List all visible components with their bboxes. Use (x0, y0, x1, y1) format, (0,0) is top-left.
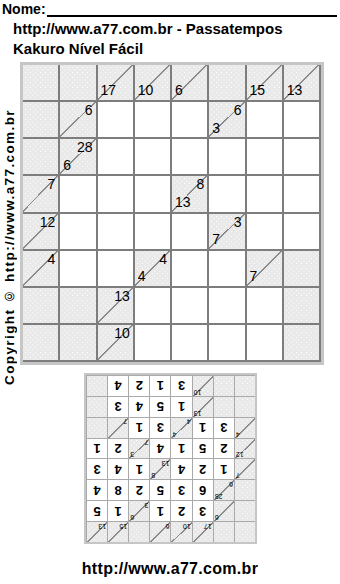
across-clue: 12 (236, 451, 244, 459)
solution-cell-r2c3-empty: 3 (193, 501, 213, 521)
name-fill-line[interactable] (47, 2, 337, 17)
solution-cell-r2c5-empty: 1 (150, 501, 170, 521)
across-clue: 4 (47, 252, 55, 267)
solution-cell-r7c4-empty: 1 (172, 397, 192, 417)
down-clue: 13 (98, 522, 106, 530)
down-clue: 10 (138, 83, 154, 98)
solution-cell-r4c8-empty: 3 (87, 460, 107, 480)
solution-cell-r1c2-block (214, 522, 234, 542)
puzzle-cell-r6c4-clue: 44 (135, 251, 170, 286)
solution-cell-r1c1-block (235, 522, 255, 542)
puzzle-cell-r4c8-empty[interactable] (284, 176, 319, 211)
down-clue: 17 (204, 522, 212, 530)
down-clue: 6 (63, 158, 71, 173)
puzzle-cell-r5c6-clue: 37 (209, 214, 244, 249)
across-clue: 4 (173, 430, 177, 438)
solution-cell-r3c3-empty: 6 (193, 480, 213, 500)
solution-digit: 5 (157, 483, 164, 498)
solution-digit: 1 (178, 399, 185, 414)
down-clue: 7 (123, 418, 127, 426)
across-clue: 6 (85, 103, 93, 118)
across-clue: 28 (77, 140, 93, 155)
across-clue: 13 (194, 409, 202, 417)
solution-cell-r1c5-clue: 6 (150, 522, 170, 542)
puzzle-cell-r2c2-clue: 6 (60, 102, 95, 137)
solution-cell-r2c1-block (235, 501, 255, 521)
puzzle-cell-r4c5-clue: 813 (172, 176, 207, 211)
down-clue: 10 (183, 522, 191, 530)
solution-cell-r6c6-empty: 1 (129, 418, 149, 438)
solution-cell-r7c7-empty: 3 (108, 397, 128, 417)
puzzle-cell-r8c5-empty[interactable] (172, 325, 207, 360)
solution-cell-r5c3-empty: 5 (193, 439, 213, 459)
across-clue: 7 (47, 177, 55, 192)
kakuro-puzzle-grid: 1710615136632867813123744471310 (20, 62, 324, 365)
solution-digit: 4 (157, 441, 164, 456)
solution-digit: 1 (136, 462, 143, 477)
solution-cell-r2c4-empty: 2 (172, 501, 192, 521)
solution-digit: 3 (178, 483, 185, 498)
puzzle-cell-r4c4-empty[interactable] (135, 176, 170, 211)
solution-cell-r3c1-block (235, 480, 255, 500)
puzzle-cell-r7c6-empty[interactable] (209, 288, 244, 323)
solution-digit: 5 (199, 441, 206, 456)
puzzle-cell-r4c1-clue: 7 (23, 176, 58, 211)
puzzle-cell-r1c2-block (60, 65, 95, 100)
solution-cell-r4c3-empty: 2 (193, 460, 213, 480)
puzzle-cell-r5c1-clue: 12 (23, 214, 58, 249)
kakuro-solution-grid-rotated: 1710615136321631528663528471248131431225… (84, 373, 257, 544)
solution-cell-r8c6-empty: 2 (129, 376, 149, 396)
solution-cell-r7c3-clue: 13 (193, 397, 213, 417)
down-clue: 7 (212, 232, 220, 247)
solution-digit: 5 (157, 399, 164, 414)
down-clue: 7 (144, 439, 148, 447)
across-clue: 8 (151, 472, 155, 480)
across-clue: 3 (130, 451, 134, 459)
solution-digit: 4 (93, 483, 100, 498)
solution-cell-r2c8-empty: 5 (87, 501, 107, 521)
solution-cell-r3c6-empty: 2 (129, 480, 149, 500)
down-clue: 13 (175, 195, 191, 210)
solution-digit: 2 (115, 441, 122, 456)
solution-cell-r1c6-block (129, 522, 149, 542)
solution-cell-r5c4-empty: 1 (172, 439, 192, 459)
solution-cell-r4c5-clue: 813 (150, 460, 170, 480)
solution-cell-r5c7-empty: 2 (108, 439, 128, 459)
solution-digit: 4 (178, 462, 185, 477)
solution-cell-r6c1-clue: 4 (235, 418, 255, 438)
down-clue: 4 (187, 418, 191, 426)
puzzle-cell-r2c4-empty[interactable] (135, 102, 170, 137)
solution-cell-r2c2-clue: 6 (214, 501, 234, 521)
kakuro-page: Nome: http://www.a77.com.br - Passatempo… (0, 0, 340, 584)
solution-cell-r8c3-clue: 10 (193, 376, 213, 396)
solution-cell-r4c7-empty: 4 (108, 460, 128, 480)
solution-cell-r7c1-block (235, 397, 255, 417)
solution-cell-r6c8-block (87, 418, 107, 438)
solution-cell-r5c2-empty: 2 (214, 439, 234, 459)
solution-digit: 1 (115, 504, 122, 519)
puzzle-cell-r2c6-clue: 63 (209, 102, 244, 137)
puzzle-cell-r8c1-block (23, 325, 58, 360)
puzzle-cell-r6c8-block (284, 251, 319, 286)
solution-digit: 3 (199, 504, 206, 519)
solution-digit: 3 (178, 378, 185, 393)
across-clue: 13 (114, 289, 130, 304)
solution-digit: 1 (199, 420, 206, 435)
down-clue: 6 (166, 522, 170, 530)
puzzle-cell-r1c8-clue: 13 (284, 65, 319, 100)
solution-cell-r4c1-clue: 7 (235, 460, 255, 480)
puzzle-cell-r3c5-empty[interactable] (172, 139, 207, 174)
solution-digit: 1 (178, 441, 185, 456)
down-clue: 4 (138, 269, 146, 284)
solution-digit: 4 (115, 462, 122, 477)
solution-cell-r5c5-empty: 4 (150, 439, 170, 459)
solution-cell-r5c8-empty: 1 (87, 439, 107, 459)
across-clue: 4 (159, 252, 167, 267)
puzzle-cell-r7c4-empty[interactable] (135, 288, 170, 323)
solution-cell-r8c5-empty: 1 (150, 376, 170, 396)
puzzle-cell-r4c2-empty[interactable] (60, 176, 95, 211)
across-clue: 6 (130, 513, 134, 521)
across-clue: 4 (236, 430, 240, 438)
solution-digit: 3 (157, 420, 164, 435)
puzzle-cell-r5c5-empty[interactable] (172, 214, 207, 249)
solution-cell-r1c3-clue: 17 (193, 522, 213, 542)
puzzle-cell-r8c8-block (284, 325, 319, 360)
puzzle-cell-r1c1-block (23, 65, 58, 100)
solution-digit: 8 (115, 483, 122, 498)
solution-cell-r4c6-empty: 1 (129, 460, 149, 480)
across-clue: 28 (215, 493, 223, 501)
solution-cell-r7c2-block (214, 397, 234, 417)
down-clue: 3 (144, 501, 148, 509)
solution-cell-r6c3-empty: 1 (193, 418, 213, 438)
solution-cell-r3c2-clue: 286 (214, 480, 234, 500)
puzzle-cell-r7c3-clue: 13 (98, 288, 133, 323)
puzzle-cell-r3c7-empty[interactable] (247, 139, 282, 174)
solution-cell-r3c8-empty: 4 (87, 480, 107, 500)
solution-digit: 1 (136, 420, 143, 435)
down-clue: 6 (175, 83, 183, 98)
solution-cell-r2c6-clue: 63 (129, 501, 149, 521)
solution-digit: 6 (199, 483, 206, 498)
puzzle-cell-r2c3-empty[interactable] (98, 102, 133, 137)
puzzle-cell-r3c3-empty[interactable] (98, 139, 133, 174)
puzzle-cell-r6c2-empty[interactable] (60, 251, 95, 286)
down-clue: 13 (287, 83, 303, 98)
puzzle-cell-r4c6-empty[interactable] (209, 176, 244, 211)
solution-digit: 2 (136, 378, 143, 393)
puzzle-cell-r1c3-clue: 17 (98, 65, 133, 100)
across-clue: 10 (114, 326, 130, 341)
solution-cell-r6c2-empty: 3 (214, 418, 234, 438)
down-clue: 15 (250, 83, 266, 98)
puzzle-cell-r6c1-clue: 4 (23, 251, 58, 286)
solution-digit: 1 (220, 462, 227, 477)
solution-cell-r5c6-clue: 37 (129, 439, 149, 459)
solution-cell-r6c5-empty: 3 (150, 418, 170, 438)
solution-digit: 3 (115, 399, 122, 414)
solution-digit: 2 (136, 483, 143, 498)
puzzle-cell-r7c2-block (60, 288, 95, 323)
puzzle-cell-r7c8-block (284, 288, 319, 323)
solution-cell-r8c2-block (214, 376, 234, 396)
solution-cell-r8c4-empty: 3 (172, 376, 192, 396)
puzzle-cell-r2c1-block (23, 102, 58, 137)
solution-digit: 2 (220, 441, 227, 456)
solution-digit: 1 (157, 504, 164, 519)
puzzle-cell-r7c1-block (23, 288, 58, 323)
solution-cell-r2c7-empty: 1 (108, 501, 128, 521)
down-clue: 15 (119, 522, 127, 530)
solution-cell-r3c7-empty: 8 (108, 480, 128, 500)
puzzle-cell-r8c2-block (60, 325, 95, 360)
down-clue: 13 (162, 460, 170, 468)
across-clue: 6 (215, 513, 219, 521)
puzzle-cell-r1c5-clue: 6 (172, 65, 207, 100)
puzzle-cell-r5c2-empty[interactable] (60, 214, 95, 249)
puzzle-cell-r4c3-empty[interactable] (98, 176, 133, 211)
solution-cell-r8c8-block (87, 376, 107, 396)
down-clue: 7 (250, 269, 258, 284)
footer-url: http://www.a77.com.br (0, 560, 340, 578)
solution-digit: 3 (93, 462, 100, 477)
puzzle-cell-r3c1-block (23, 139, 58, 174)
solution-digit: 3 (220, 420, 227, 435)
puzzle-cell-r1c4-clue: 10 (135, 65, 170, 100)
copyright-vertical-text: Copyright © http://www.a77.com.br (0, 56, 19, 438)
puzzle-cell-r6c5-empty[interactable] (172, 251, 207, 286)
solution-cell-r4c2-empty: 1 (214, 460, 234, 480)
puzzle-cell-r3c2-clue: 286 (60, 139, 95, 174)
solution-cell-r1c4-clue: 10 (172, 522, 192, 542)
down-clue: 6 (229, 480, 233, 488)
across-clue: 3 (234, 215, 242, 230)
puzzle-cell-r7c7-empty[interactable] (247, 288, 282, 323)
solution-cell-r4c4-empty: 4 (172, 460, 192, 480)
solution-digit: 4 (136, 399, 143, 414)
solution-digit: 2 (178, 504, 185, 519)
puzzle-title: Kakuro Nível Fácil (13, 40, 143, 57)
across-clue: 12 (40, 215, 56, 230)
solution-digit: 1 (93, 441, 100, 456)
puzzle-cell-r2c7-empty[interactable] (247, 102, 282, 137)
puzzle-cell-r1c6-block (209, 65, 244, 100)
puzzle-cell-r3c8-empty[interactable] (284, 139, 319, 174)
puzzle-cell-r6c6-empty[interactable] (209, 251, 244, 286)
puzzle-cell-r7c5-empty[interactable] (172, 288, 207, 323)
puzzle-cell-r2c5-empty[interactable] (172, 102, 207, 137)
solution-cell-r6c4-clue: 44 (172, 418, 192, 438)
puzzle-cell-r8c4-empty[interactable] (135, 325, 170, 360)
solution-cell-r5c1-clue: 12 (235, 439, 255, 459)
puzzle-cell-r2c8-empty[interactable] (284, 102, 319, 137)
puzzle-cell-r5c3-empty[interactable] (98, 214, 133, 249)
puzzle-cell-r8c7-empty[interactable] (247, 325, 282, 360)
down-clue: 17 (101, 83, 117, 98)
puzzle-cell-r1c7-clue: 15 (247, 65, 282, 100)
solution-digit: 5 (93, 504, 100, 519)
puzzle-cell-r3c4-empty[interactable] (135, 139, 170, 174)
solution-digit: 2 (199, 462, 206, 477)
across-clue: 10 (194, 388, 202, 396)
puzzle-cell-r3c6-empty[interactable] (209, 139, 244, 174)
across-clue: 6 (234, 103, 242, 118)
solution-digit: 1 (157, 378, 164, 393)
solution-cell-r7c5-empty: 5 (150, 397, 170, 417)
puzzle-cell-r6c3-empty[interactable] (98, 251, 133, 286)
puzzle-cell-r8c6-empty[interactable] (209, 325, 244, 360)
across-clue: 8 (196, 177, 204, 192)
solution-cell-r1c8-clue: 13 (87, 522, 107, 542)
solution-digit: 4 (115, 378, 122, 393)
solution-cell-r8c7-empty: 4 (108, 376, 128, 396)
puzzle-cell-r8c3-clue: 10 (98, 325, 133, 360)
puzzle-cell-r6c7-clue: 7 (247, 251, 282, 286)
puzzle-cell-r4c7-empty[interactable] (247, 176, 282, 211)
site-tagline: http://www.a77.com.br - Passatempos (13, 20, 283, 37)
solution-cell-r1c7-clue: 15 (108, 522, 128, 542)
solution-cell-r7c8-block (87, 397, 107, 417)
solution-cell-r3c5-empty: 5 (150, 480, 170, 500)
puzzle-cell-r5c8-empty[interactable] (284, 214, 319, 249)
puzzle-cell-r5c7-empty[interactable] (247, 214, 282, 249)
across-clue: 7 (236, 472, 240, 480)
name-label: Nome: (2, 1, 46, 17)
solution-cell-r3c4-empty: 3 (172, 480, 192, 500)
solution-cell-r6c7-clue: 7 (108, 418, 128, 438)
puzzle-cell-r5c4-empty[interactable] (135, 214, 170, 249)
down-clue: 3 (212, 121, 220, 136)
solution-cell-r8c1-block (235, 376, 255, 396)
name-row: Nome: (2, 1, 337, 17)
solution-cell-r7c6-empty: 4 (129, 397, 149, 417)
